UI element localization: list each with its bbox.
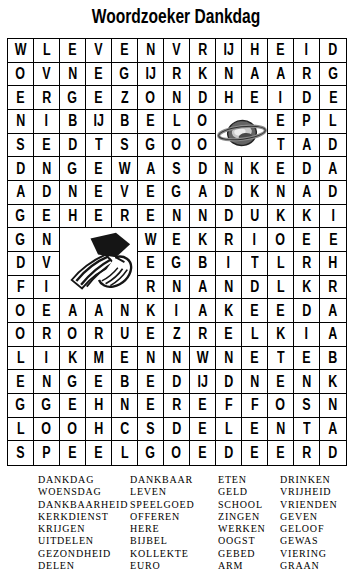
grid-cell-r12c2[interactable]: E (34, 299, 60, 323)
grid-cell-r12c10[interactable]: E (242, 299, 268, 323)
cell-letter: E (329, 231, 337, 249)
cell-letter: L (277, 254, 285, 272)
grid-cell-r13c12[interactable]: I (294, 323, 320, 347)
grid-cell-r7c13[interactable]: D (320, 181, 346, 205)
grid-cell-r11c1[interactable]: F (8, 276, 34, 300)
grid-cell-r1c5[interactable]: E (112, 39, 138, 63)
grid-cell-r10c2[interactable]: V (34, 252, 60, 276)
grid-cell-r10c6[interactable]: E (138, 252, 164, 276)
grid-cell-r15c5[interactable]: B (112, 370, 138, 394)
grid-cell-r7c8[interactable]: A (190, 181, 216, 205)
grid-cell-r8c2[interactable]: E (34, 205, 60, 229)
cell-letter: E (250, 349, 258, 367)
grid-cell-r12c8[interactable]: A (190, 299, 216, 323)
grid-cell-r13c3[interactable]: O (60, 323, 86, 347)
cell-letter: R (198, 325, 207, 343)
grid-cell-r7c2[interactable]: D (34, 181, 60, 205)
grid-cell-r17c12[interactable]: T (294, 418, 320, 442)
grid-cell-r1c7[interactable]: V (164, 39, 190, 63)
cell-letter: B (198, 254, 207, 272)
cell-letter: IJ (197, 373, 207, 391)
grid-cell-r11c8[interactable]: A (190, 276, 216, 300)
grid-cell-r15c11[interactable]: E (268, 370, 294, 394)
grid-cell-r11c7[interactable]: N (164, 276, 190, 300)
puzzle-title: Woordzoeker Dankdag (32, 5, 321, 28)
cell-letter: W (15, 41, 27, 59)
cell-letter: V (94, 41, 102, 59)
grid-cell-r18c11[interactable]: E (268, 441, 294, 465)
grid-cell-r9c1[interactable]: G (8, 228, 34, 252)
grid-cell-r7c7[interactable]: G (164, 181, 190, 205)
grid-cell-r18c10[interactable]: E (242, 441, 268, 465)
grid-cell-r5c1[interactable]: S (8, 134, 34, 158)
grid-cell-r8c8[interactable]: N (190, 205, 216, 229)
grid-cell-r9c2[interactable]: N (34, 228, 60, 252)
grid-cell-r8c5[interactable]: R (112, 205, 138, 229)
grid-cell-r6c7[interactable]: S (164, 157, 190, 181)
cell-letter: M (93, 349, 103, 367)
cell-letter: K (328, 373, 337, 391)
grid-cell-r2c8[interactable]: K (190, 63, 216, 87)
grid-cell-r2c7[interactable]: R (164, 63, 190, 87)
cell-letter: A (302, 183, 311, 201)
cell-letter: P (42, 444, 50, 462)
grid-cell-r1c10[interactable]: H (242, 39, 268, 63)
grid-cell-r13c1[interactable]: O (8, 323, 34, 347)
cell-letter: D (302, 160, 311, 178)
grid-cell-r13c13[interactable]: A (320, 323, 346, 347)
grid-cell-r17c9[interactable]: L (216, 418, 242, 442)
grid-cell-r4c11[interactable]: E (268, 110, 294, 134)
grid-cell-r16c2[interactable]: G (34, 394, 60, 418)
grid-cell-r10c7[interactable]: G (164, 252, 190, 276)
cell-letter: H (224, 89, 233, 107)
grid-cell-r17c4[interactable]: H (86, 418, 112, 442)
grid-cell-r8c7[interactable]: N (164, 205, 190, 229)
grid-cell-r2c3[interactable]: N (60, 63, 86, 87)
grid-cell-r3c12[interactable]: D (294, 86, 320, 110)
grid-cell-r11c2[interactable]: I (34, 276, 60, 300)
grid-cell-r2c5[interactable]: G (112, 63, 138, 87)
grid-cell-r17c7[interactable]: D (164, 418, 190, 442)
grid-cell-r1c3[interactable]: E (60, 39, 86, 63)
word-item: SPEELGOED (130, 499, 194, 511)
cell-letter: R (302, 254, 311, 272)
grid-cell-r5c2[interactable]: E (34, 134, 60, 158)
cell-letter: E (250, 302, 258, 320)
grid-cell-r9c12[interactable]: E (294, 228, 320, 252)
grid-cell-r6c2[interactable]: N (34, 157, 60, 181)
grid-cell-r2c2[interactable]: V (34, 63, 60, 87)
grid-cell-r7c12[interactable]: A (294, 181, 320, 205)
grid-cell-r16c12[interactable]: S (294, 394, 320, 418)
grid-cell-r11c9[interactable]: N (216, 276, 242, 300)
grid-cell-r15c10[interactable]: N (242, 370, 268, 394)
grid-cell-r13c9[interactable]: E (216, 323, 242, 347)
grid-cell-r7c5[interactable]: V (112, 181, 138, 205)
grid-cell-r6c8[interactable]: D (190, 157, 216, 181)
grid-cell-r2c1[interactable]: O (8, 63, 34, 87)
grid-cell-r9c6[interactable]: W (138, 228, 164, 252)
cell-letter: K (302, 278, 311, 296)
grid-cell-r15c4[interactable]: E (86, 370, 112, 394)
grid-cell-r1c11[interactable]: E (268, 39, 294, 63)
cell-letter: G (68, 160, 78, 178)
cell-letter: R (94, 325, 103, 343)
grid-cell-r8c11[interactable]: K (268, 205, 294, 229)
word-list-column-1: DANKDAGWOENSDAGDANKBAARHEIDKERKDIENSTKRI… (38, 474, 128, 572)
grid-cell-r18c12[interactable]: R (294, 441, 320, 465)
cell-letter: F (225, 396, 233, 414)
grid-cell-r1c9[interactable]: IJ (216, 39, 242, 63)
grid-cell-r7c4[interactable]: E (86, 181, 112, 205)
grid-cell-r5c3[interactable]: D (60, 134, 86, 158)
cell-letter: N (42, 160, 51, 178)
cell-letter: W (119, 160, 131, 178)
grid-cell-r4c6[interactable]: E (138, 110, 164, 134)
grid-cell-r13c6[interactable]: E (138, 323, 164, 347)
grid-cell-r14c1[interactable]: L (8, 347, 34, 371)
grid-cell-r17c11[interactable]: N (268, 418, 294, 442)
grid-cell-r15c2[interactable]: N (34, 370, 60, 394)
grid-cell-r14c9[interactable]: N (216, 347, 242, 371)
cell-letter: A (276, 65, 285, 83)
grid-cell-r15c3[interactable]: G (60, 370, 86, 394)
grid-cell-r18c8[interactable]: E (190, 441, 216, 465)
cell-letter: I (305, 325, 308, 343)
grid-cell-r6c9[interactable]: N (216, 157, 242, 181)
grid-cell-r15c13[interactable]: K (320, 370, 346, 394)
grid-cell-r8c13[interactable]: I (320, 205, 346, 229)
grid-cell-r10c13[interactable]: H (320, 252, 346, 276)
cell-letter: D (328, 183, 337, 201)
cell-letter: W (145, 231, 157, 249)
grid-cell-r16c5[interactable]: N (112, 394, 138, 418)
cell-letter: O (198, 112, 208, 130)
grid-cell-r14c6[interactable]: N (138, 347, 164, 371)
grid-cell-r18c5[interactable]: L (112, 441, 138, 465)
grid-cell-r3c4[interactable]: E (86, 86, 112, 110)
grid-cell-r12c12[interactable]: D (294, 299, 320, 323)
grid-cell-r1c2[interactable]: L (34, 39, 60, 63)
cell-letter: A (68, 302, 77, 320)
cell-letter: D (16, 254, 25, 272)
grid-cell-r8c12[interactable]: K (294, 205, 320, 229)
grid-cell-r4c2[interactable]: I (34, 110, 60, 134)
hand-with-grain-sheaf-graphic (62, 230, 136, 296)
grid-cell-r14c12[interactable]: E (294, 347, 320, 371)
grid-cell-r17c6[interactable]: S (138, 418, 164, 442)
grid-cell-r2c13[interactable]: G (320, 63, 346, 87)
grid-cell-r12c6[interactable]: K (138, 299, 164, 323)
grid-cell-r15c1[interactable]: E (8, 370, 34, 394)
grid-cell-r16c4[interactable]: H (86, 394, 112, 418)
grid-cell-r4c4[interactable]: IJ (86, 110, 112, 134)
grid-cell-r5c6[interactable]: G (138, 134, 164, 158)
grid-cell-r10c10[interactable]: T (242, 252, 268, 276)
grid-cell-r9c8[interactable]: K (190, 228, 216, 252)
cell-letter: N (172, 89, 181, 107)
grid-cell-r11c6[interactable]: R (138, 276, 164, 300)
grid-cell-r18c6[interactable]: G (138, 441, 164, 465)
grid-cell-r16c8[interactable]: E (190, 394, 216, 418)
grid-cell-r14c4[interactable]: M (86, 347, 112, 371)
grid-cell-r16c7[interactable]: R (164, 394, 190, 418)
grid-cell-r18c2[interactable]: P (34, 441, 60, 465)
grid-cell-r10c9[interactable]: I (216, 252, 242, 276)
grid-cell-r12c11[interactable]: E (268, 299, 294, 323)
grid-cell-r16c6[interactable]: E (138, 394, 164, 418)
grid-cell-r14c11[interactable]: T (268, 347, 294, 371)
grid-cell-r4c13[interactable]: L (320, 110, 346, 134)
grid-cell-r11c10[interactable]: D (242, 276, 268, 300)
cell-letter: D (16, 160, 25, 178)
cell-letter: E (146, 373, 154, 391)
grid-cell-r6c3[interactable]: G (60, 157, 86, 181)
grid-cell-r9c11[interactable]: O (268, 228, 294, 252)
grid-cell-r4c8[interactable]: O (190, 110, 216, 134)
grid-cell-r8c4[interactable]: E (86, 205, 112, 229)
grid-cell-r13c4[interactable]: R (86, 323, 112, 347)
grid-cell-r17c2[interactable]: O (34, 418, 60, 442)
grid-cell-r10c12[interactable]: R (294, 252, 320, 276)
cell-letter: B (120, 112, 129, 130)
grid-cell-r4c3[interactable]: B (60, 110, 86, 134)
grid-cell-r14c10[interactable]: E (242, 347, 268, 371)
grid-cell-r4c7[interactable]: L (164, 110, 190, 134)
grid-cell-r10c8[interactable]: B (190, 252, 216, 276)
cell-letter: L (17, 349, 25, 367)
grid-cell-r7c3[interactable]: N (60, 181, 86, 205)
grid-cell-r8c6[interactable]: E (138, 205, 164, 229)
grid-cell-r15c7[interactable]: D (164, 370, 190, 394)
grid-cell-r3c13[interactable]: E (320, 86, 346, 110)
grid-cell-r14c7[interactable]: N (164, 347, 190, 371)
grid-cell-r17c13[interactable]: A (320, 418, 346, 442)
grid-cell-r12c9[interactable]: K (216, 299, 242, 323)
cell-letter: G (42, 396, 52, 414)
cell-letter: H (94, 396, 103, 414)
word-item: VRIJHEID (280, 486, 338, 498)
grid-cell-r15c8[interactable]: IJ (190, 370, 216, 394)
grid-cell-r8c10[interactable]: U (242, 205, 268, 229)
grid-cell-r2c4[interactable]: E (86, 63, 112, 87)
grid-cell-r6c12[interactable]: D (294, 157, 320, 181)
grid-cell-r8c9[interactable]: D (216, 205, 242, 229)
grid-cell-r13c11[interactable]: K (268, 323, 294, 347)
cell-letter: G (16, 207, 26, 225)
cell-letter: E (16, 373, 24, 391)
grid-cell-r6c5[interactable]: W (112, 157, 138, 181)
grid-cell-r5c8[interactable]: O (190, 134, 216, 158)
grid-cell-r3c7[interactable]: N (164, 86, 190, 110)
grid-cell-r3c6[interactable]: O (138, 86, 164, 110)
grid-cell-r4c12[interactable]: P (294, 110, 320, 134)
grid-cell-r2c12[interactable]: R (294, 63, 320, 87)
cell-letter: R (42, 325, 51, 343)
cell-letter: E (172, 231, 180, 249)
grid-cell-r12c4[interactable]: A (86, 299, 112, 323)
cell-letter: O (42, 420, 52, 438)
grid-cell-r3c5[interactable]: Z (112, 86, 138, 110)
grid-cell-r5c12[interactable]: A (294, 134, 320, 158)
grid-cell-r16c9[interactable]: F (216, 394, 242, 418)
cell-letter: E (276, 160, 284, 178)
grid-cell-r7c11[interactable]: N (268, 181, 294, 205)
grid-cell-r12c5[interactable]: N (112, 299, 138, 323)
cell-letter: A (198, 278, 207, 296)
grid-cell-r3c9[interactable]: H (216, 86, 242, 110)
grid-cell-r18c13[interactable]: D (320, 441, 346, 465)
grid-cell-r14c5[interactable]: E (112, 347, 138, 371)
grid-cell-r12c13[interactable]: A (320, 299, 346, 323)
grid-cell-r3c11[interactable]: I (268, 86, 294, 110)
grid-cell-r17c10[interactable]: E (242, 418, 268, 442)
grid-cell-r6c4[interactable]: E (86, 157, 112, 181)
cell-letter: T (277, 136, 285, 154)
word-item: GELOOF (280, 523, 338, 535)
grid-cell-r1c4[interactable]: V (86, 39, 112, 63)
cell-letter: Z (121, 89, 129, 107)
cell-letter: E (42, 207, 50, 225)
cell-letter: I (45, 112, 48, 130)
cell-letter: K (276, 207, 285, 225)
grid-cell-r7c1[interactable]: A (8, 181, 34, 205)
cell-letter: N (302, 373, 311, 391)
grid-cell-r5c7[interactable]: O (164, 134, 190, 158)
cell-letter: S (120, 136, 128, 154)
grid-cell-r17c1[interactable]: L (8, 418, 34, 442)
grid-cell-r1c6[interactable]: N (138, 39, 164, 63)
word-item: GRAAN (280, 560, 338, 572)
grid-cell-r12c1[interactable]: O (8, 299, 34, 323)
cell-letter: S (302, 396, 310, 414)
word-item: GELD (218, 486, 266, 498)
grid-cell-r16c1[interactable]: G (8, 394, 34, 418)
cell-letter: F (17, 278, 25, 296)
cell-letter: P (302, 112, 310, 130)
grid-cell-r17c8[interactable]: E (190, 418, 216, 442)
grid-cell-r11c12[interactable]: K (294, 276, 320, 300)
grid-cell-r3c2[interactable]: R (34, 86, 60, 110)
cell-letter: E (94, 65, 102, 83)
grid-cell-r14c8[interactable]: W (190, 347, 216, 371)
grid-cell-r6c1[interactable]: D (8, 157, 34, 181)
grid-cell-r13c7[interactable]: Z (164, 323, 190, 347)
grid-cell-r8c1[interactable]: G (8, 205, 34, 229)
grid-cell-r14c2[interactable]: I (34, 347, 60, 371)
cell-letter: L (329, 112, 337, 130)
grid-cell-r1c13[interactable]: D (320, 39, 346, 63)
cell-letter: E (198, 420, 206, 438)
grid-cell-r3c10[interactable]: E (242, 86, 268, 110)
grid-cell-r13c5[interactable]: U (112, 323, 138, 347)
grid-cell-r1c8[interactable]: R (190, 39, 216, 63)
cell-letter: E (94, 183, 102, 201)
grid-cell-r17c5[interactable]: C (112, 418, 138, 442)
grid-cell-r9c9[interactable]: R (216, 228, 242, 252)
grid-cell-r18c4[interactable]: E (86, 441, 112, 465)
grid-cell-r7c10[interactable]: K (242, 181, 268, 205)
cell-letter: E (94, 160, 102, 178)
cell-letter: E (250, 420, 258, 438)
grid-cell-r5c5[interactable]: S (112, 134, 138, 158)
cell-letter: E (16, 89, 24, 107)
grid-cell-r18c1[interactable]: S (8, 441, 34, 465)
grid-cell-r11c13[interactable]: R (320, 276, 346, 300)
grid-cell-r3c3[interactable]: G (60, 86, 86, 110)
grid-cell-r4c5[interactable]: B (112, 110, 138, 134)
word-item: ARM (218, 560, 266, 572)
grid-cell-r2c11[interactable]: A (268, 63, 294, 87)
grid-cell-r12c7[interactable]: I (164, 299, 190, 323)
grid-cell-r15c6[interactable]: E (138, 370, 164, 394)
grid-cell-r16c13[interactable]: N (320, 394, 346, 418)
grid-cell-r5c13[interactable]: D (320, 134, 346, 158)
grid-cell-r9c10[interactable]: I (242, 228, 268, 252)
grid-cell-r13c2[interactable]: R (34, 323, 60, 347)
grid-cell-r10c1[interactable]: D (8, 252, 34, 276)
word-item: KRIJGEN (38, 523, 128, 535)
cell-letter: A (94, 302, 103, 320)
grid-cell-r18c3[interactable]: E (60, 441, 86, 465)
grid-cell-r3c1[interactable]: E (8, 86, 34, 110)
grid-cell-r17c3[interactable]: O (60, 418, 86, 442)
cell-letter: I (45, 349, 48, 367)
grid-cell-r7c6[interactable]: E (138, 181, 164, 205)
grid-cell-r2c6[interactable]: IJ (138, 63, 164, 87)
grid-cell-r2c10[interactable]: A (242, 63, 268, 87)
grid-cell-r12c3[interactable]: A (60, 299, 86, 323)
grid-cell-r10c11[interactable]: L (268, 252, 294, 276)
grid-cell-r13c10[interactable]: L (242, 323, 268, 347)
grid-cell-r5c4[interactable]: T (86, 134, 112, 158)
grid-cell-r18c9[interactable]: D (216, 441, 242, 465)
grid-cell-r4c1[interactable]: N (8, 110, 34, 134)
cell-letter: R (172, 396, 181, 414)
cell-letter: D (224, 183, 233, 201)
cell-letter: N (146, 41, 155, 59)
grid-cell-r9c7[interactable]: E (164, 228, 190, 252)
grid-cell-r3c8[interactable]: D (190, 86, 216, 110)
word-item: GEVEN (280, 511, 338, 523)
grid-cell-r6c11[interactable]: E (268, 157, 294, 181)
grid-cell-r6c6[interactable]: A (138, 157, 164, 181)
grid-cell-r8c3[interactable]: H (60, 205, 86, 229)
grid-cell-r5c11[interactable]: T (268, 134, 294, 158)
grid-cell-r14c13[interactable]: B (320, 347, 346, 371)
grid-cell-r16c11[interactable]: O (268, 394, 294, 418)
grid-cell-r16c3[interactable]: E (60, 394, 86, 418)
grid-cell-r1c12[interactable]: I (294, 39, 320, 63)
grid-cell-r1c1[interactable]: W (8, 39, 34, 63)
grid-cell-r9c13[interactable]: E (320, 228, 346, 252)
grid-cell-r13c8[interactable]: R (190, 323, 216, 347)
grid-cell-r6c13[interactable]: A (320, 157, 346, 181)
grid-cell-r2c9[interactable]: N (216, 63, 242, 87)
grid-cell-r11c11[interactable]: L (268, 276, 294, 300)
cell-letter: F (251, 396, 259, 414)
grid-cell-r18c7[interactable]: O (164, 441, 190, 465)
grid-cell-r7c9[interactable]: D (216, 181, 242, 205)
grid-cell-r6c10[interactable]: K (242, 157, 268, 181)
grid-cell-r16c10[interactable]: F (242, 394, 268, 418)
cell-letter: K (302, 207, 311, 225)
grid-cell-r15c9[interactable]: D (216, 370, 242, 394)
cell-letter: I (175, 302, 178, 320)
grid-cell-r15c12[interactable]: N (294, 370, 320, 394)
grid-cell-r14c3[interactable]: K (60, 347, 86, 371)
